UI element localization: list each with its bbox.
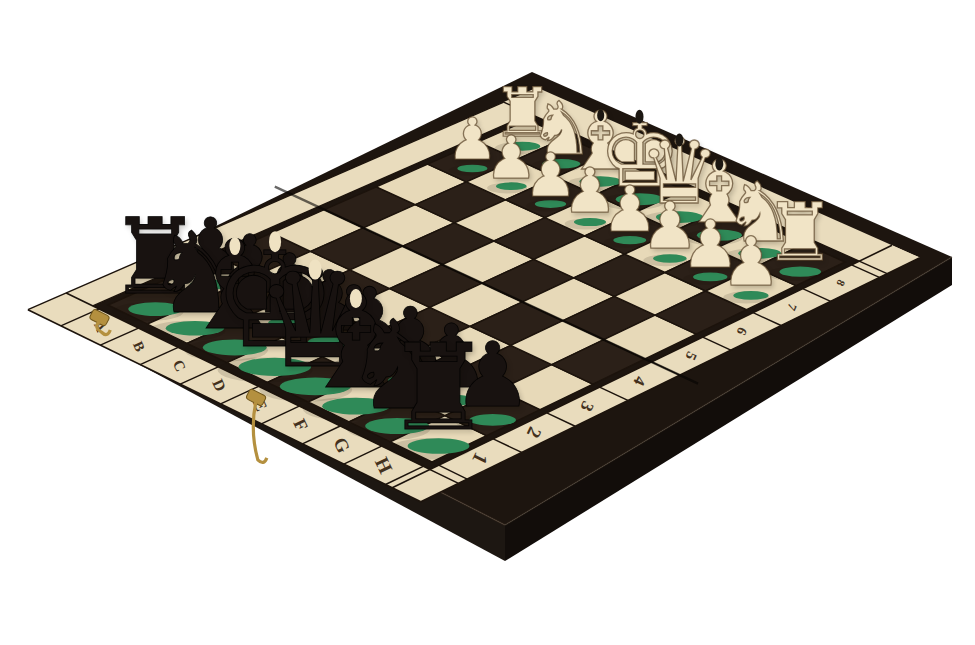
chess-set-photo: ABCDEFGH12345678 ♜♞♟♝♟♚♟♛♟♝♟♞♟♜♟♟♟♟♜♟♞♟♝… <box>0 0 975 645</box>
piece-black-rook-h1: ♜ <box>385 328 492 447</box>
piece-white-pawn-h7: ♟ <box>721 229 782 297</box>
